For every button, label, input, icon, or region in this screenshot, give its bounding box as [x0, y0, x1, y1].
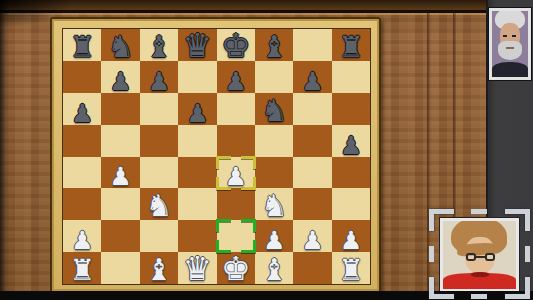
square-g1[interactable]: [293, 252, 331, 284]
square-h3[interactable]: [332, 188, 370, 220]
square-c6[interactable]: [140, 93, 178, 125]
black-pawn: ♟: [340, 133, 362, 158]
square-h7[interactable]: [332, 61, 370, 93]
square-d6[interactable]: ♟: [178, 93, 216, 125]
square-e8[interactable]: ♚: [217, 29, 255, 61]
square-c2[interactable]: [140, 220, 178, 252]
square-c8[interactable]: ♝: [140, 29, 178, 61]
square-e3[interactable]: [217, 188, 255, 220]
square-d5[interactable]: [178, 125, 216, 157]
black-king: ♚: [221, 29, 251, 62]
square-c4[interactable]: [140, 157, 178, 189]
black-pawn: ♟: [301, 69, 323, 94]
square-g3[interactable]: [293, 188, 331, 220]
white-pawn: ♟: [340, 228, 362, 253]
square-h8[interactable]: ♜: [332, 29, 370, 61]
white-pawn: ♟: [71, 228, 93, 253]
square-a7[interactable]: [63, 61, 101, 93]
square-c1[interactable]: ♝: [140, 252, 178, 284]
black-pawn: ♟: [148, 69, 170, 94]
black-queen: ♛: [183, 29, 213, 62]
wood-top-band: [0, 0, 488, 10]
opponent-eye: [512, 35, 516, 37]
square-f3[interactable]: ♞: [255, 188, 293, 220]
square-g4[interactable]: [293, 157, 331, 189]
square-g2[interactable]: ♟: [293, 220, 331, 252]
glasses-lens: [485, 253, 495, 261]
opponent-eye: [503, 35, 507, 37]
square-f1[interactable]: ♝: [255, 252, 293, 284]
wood-plank-seam: [427, 13, 430, 291]
square-a2[interactable]: ♟: [63, 220, 101, 252]
square-a6[interactable]: ♟: [63, 93, 101, 125]
square-c7[interactable]: ♟: [140, 61, 178, 93]
square-c3[interactable]: ♞: [140, 188, 178, 220]
player-collar: [471, 272, 489, 277]
square-d8[interactable]: ♛: [178, 29, 216, 61]
white-queen: ♛: [183, 252, 213, 285]
black-knight: ♞: [107, 32, 134, 62]
square-a4[interactable]: [63, 157, 101, 189]
opponent-beard: [498, 41, 522, 60]
black-pawn: ♟: [109, 69, 131, 94]
player-glasses: [466, 253, 495, 262]
square-g8[interactable]: [293, 29, 331, 61]
square-a5[interactable]: [63, 125, 101, 157]
bottom-black-strip: [0, 291, 533, 300]
white-pawn: ♟: [301, 228, 323, 253]
square-g5[interactable]: [293, 125, 331, 157]
square-d3[interactable]: [178, 188, 216, 220]
square-h2[interactable]: ♟: [332, 220, 370, 252]
black-knight: ♞: [261, 96, 288, 126]
square-a1[interactable]: ♜: [63, 252, 101, 284]
square-e7[interactable]: ♟: [217, 61, 255, 93]
black-rook: ♜: [69, 33, 95, 62]
white-king: ♚: [221, 252, 251, 285]
square-a3[interactable]: [63, 188, 101, 220]
square-d1[interactable]: ♛: [178, 252, 216, 284]
black-pawn: ♟: [71, 101, 93, 126]
square-d7[interactable]: [178, 61, 216, 93]
square-e5[interactable]: [217, 125, 255, 157]
white-rook: ♜: [69, 256, 95, 285]
square-f6[interactable]: ♞: [255, 93, 293, 125]
square-d2[interactable]: [178, 220, 216, 252]
glasses-bridge: [475, 256, 486, 258]
black-bishop: ♝: [146, 32, 173, 62]
square-h1[interactable]: ♜: [332, 252, 370, 284]
square-e4[interactable]: ♟: [217, 157, 255, 189]
square-a8[interactable]: ♜: [63, 29, 101, 61]
square-b1[interactable]: [101, 252, 139, 284]
square-b3[interactable]: [101, 188, 139, 220]
opponent-mouth: [506, 47, 514, 49]
player-portrait: [440, 218, 519, 292]
square-h5[interactable]: ♟: [332, 125, 370, 157]
square-g7[interactable]: ♟: [293, 61, 331, 93]
white-pawn: ♟: [263, 228, 285, 253]
white-pawn: ♟: [225, 164, 247, 189]
square-b7[interactable]: ♟: [101, 61, 139, 93]
square-h4[interactable]: [332, 157, 370, 189]
square-d4[interactable]: [178, 157, 216, 189]
white-rook: ♜: [338, 256, 364, 285]
square-b6[interactable]: [101, 93, 139, 125]
square-b8[interactable]: ♞: [101, 29, 139, 61]
square-f7[interactable]: [255, 61, 293, 93]
square-b2[interactable]: [101, 220, 139, 252]
white-knight: ♞: [261, 191, 288, 221]
square-e2[interactable]: [217, 220, 255, 252]
square-e6[interactable]: [217, 93, 255, 125]
chess-board: ♜♞♝♛♚♝♜♟♟♟♟♟♟♞♟♟♟♞♞♟♟♟♟♜♝♛♚♝♜: [62, 28, 371, 285]
black-bishop: ♝: [261, 32, 288, 62]
wood-left-edge: [0, 0, 9, 300]
square-f2[interactable]: ♟: [255, 220, 293, 252]
square-h6[interactable]: [332, 93, 370, 125]
white-pawn: ♟: [109, 164, 131, 189]
black-rook: ♜: [338, 33, 364, 62]
game-screen: ♜♞♝♛♚♝♜♟♟♟♟♟♟♞♟♟♟♞♞♟♟♟♟♜♝♛♚♝♜: [0, 0, 533, 300]
square-f8[interactable]: ♝: [255, 29, 293, 61]
square-g6[interactable]: [293, 93, 331, 125]
square-f4[interactable]: [255, 157, 293, 189]
square-f5[interactable]: [255, 125, 293, 157]
black-pawn: ♟: [225, 69, 247, 94]
opponent-portrait: [489, 8, 531, 80]
white-bishop: ♝: [146, 255, 173, 285]
wood-groove-highlight: [0, 13, 488, 15]
square-b5[interactable]: [101, 125, 139, 157]
board-frame: ♜♞♝♛♚♝♜♟♟♟♟♟♟♞♟♟♟♞♞♟♟♟♟♜♝♛♚♝♜: [50, 17, 381, 293]
opponent-body: [492, 62, 528, 77]
square-c5[interactable]: [140, 125, 178, 157]
white-knight: ♞: [146, 191, 173, 221]
white-bishop: ♝: [261, 255, 288, 285]
square-e1[interactable]: ♚: [217, 252, 255, 284]
black-pawn: ♟: [186, 101, 208, 126]
square-b4[interactable]: ♟: [101, 157, 139, 189]
